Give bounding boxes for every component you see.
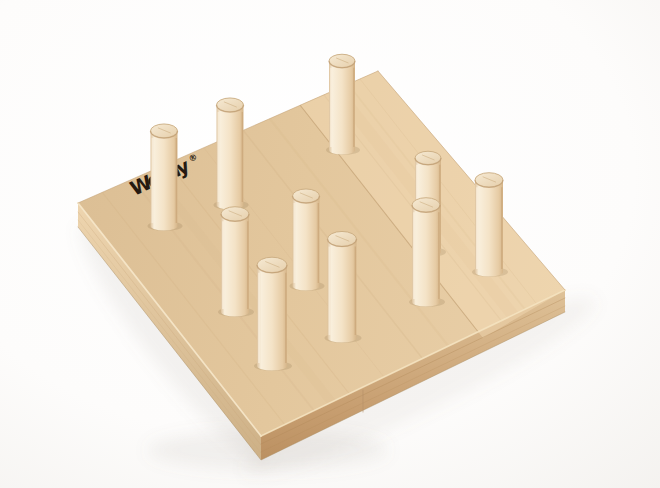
peg-body xyxy=(329,61,355,155)
peg-body xyxy=(151,131,178,231)
peg-r4c2[interactable] xyxy=(325,231,362,343)
peg-body xyxy=(293,196,320,291)
peg-body xyxy=(475,180,503,277)
peg-r3c1[interactable] xyxy=(218,207,254,317)
peg-r1c1[interactable] xyxy=(148,124,183,231)
peg-body xyxy=(257,265,287,371)
product-photo: Woody ® xyxy=(0,0,660,488)
peg-r1c2[interactable] xyxy=(214,98,249,210)
peg-r4c1[interactable] xyxy=(254,257,292,371)
peg-r3c2[interactable] xyxy=(290,189,325,291)
pegboard-scene: Woody ® xyxy=(0,0,660,488)
peg-r4c3[interactable] xyxy=(409,198,445,307)
peg-body xyxy=(412,205,440,307)
peg-r4c4[interactable] xyxy=(472,173,508,277)
peg-body xyxy=(221,214,249,317)
peg-body xyxy=(217,105,244,210)
peg-body xyxy=(328,239,357,343)
peg-r1c4[interactable] xyxy=(326,54,360,155)
